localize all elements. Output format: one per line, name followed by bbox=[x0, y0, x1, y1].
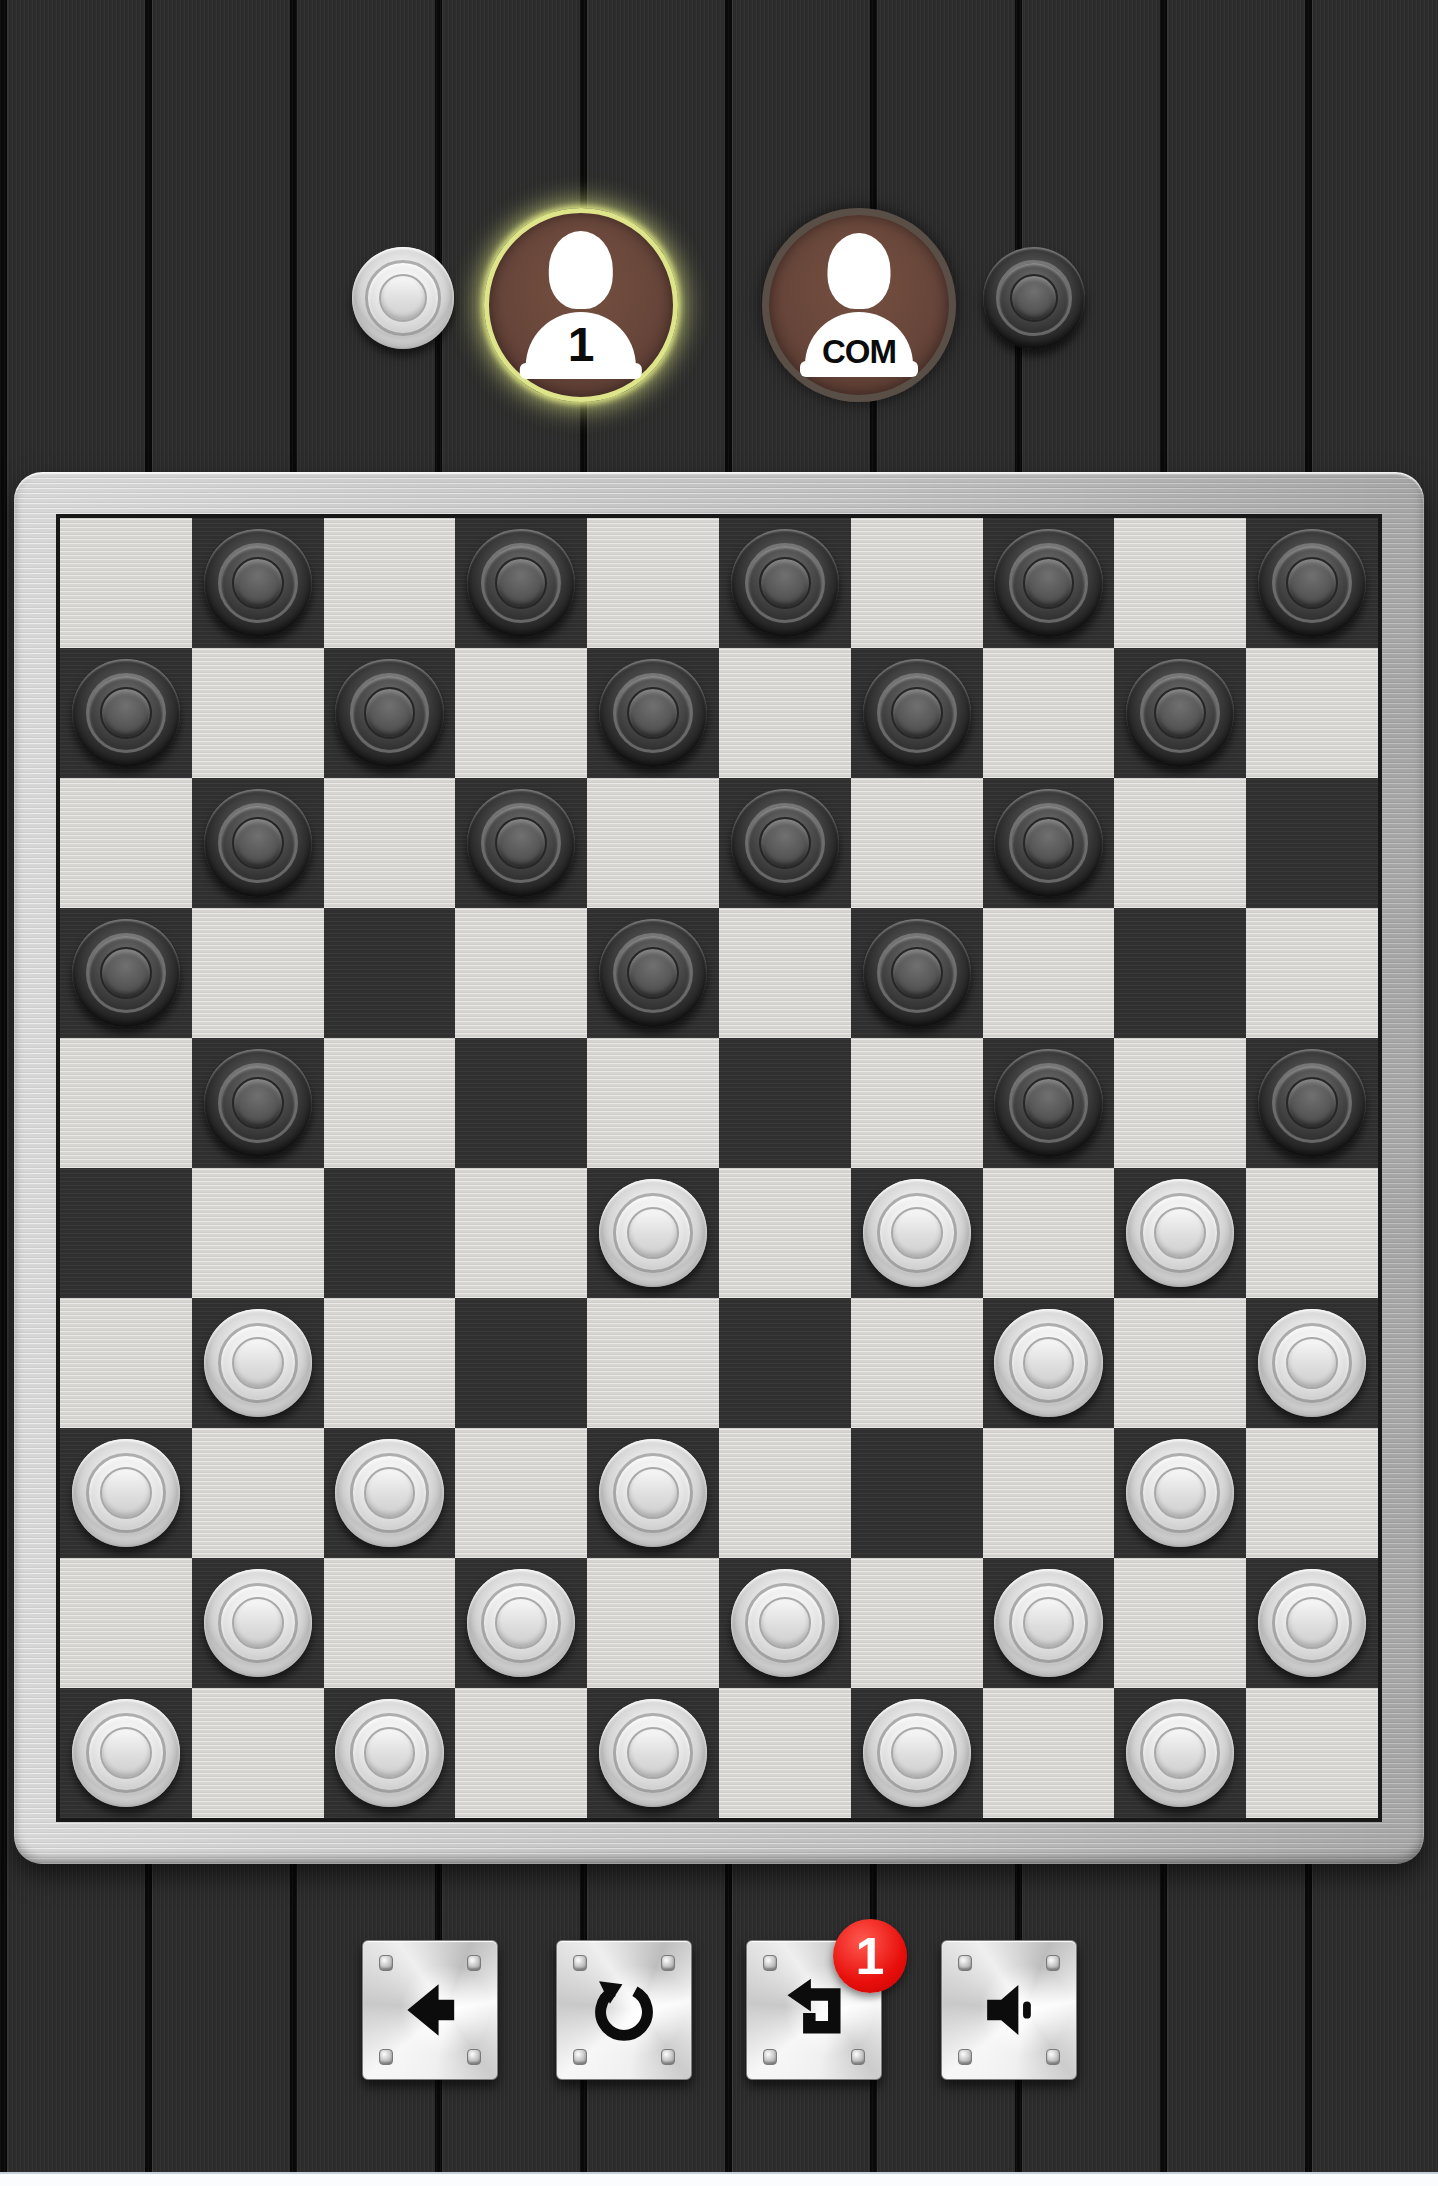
square-r8c6 bbox=[719, 1428, 851, 1558]
square-r5c7 bbox=[851, 1038, 983, 1168]
white-checker-piece[interactable] bbox=[1126, 1699, 1234, 1807]
black-checker-piece[interactable] bbox=[72, 919, 180, 1027]
square-r5c3 bbox=[324, 1038, 456, 1168]
white-checker-piece[interactable] bbox=[335, 1439, 443, 1547]
white-checker-piece[interactable] bbox=[204, 1569, 312, 1677]
square-r9c10[interactable] bbox=[1246, 1558, 1378, 1688]
square-r7c9 bbox=[1114, 1298, 1246, 1428]
player-one-label: 1 bbox=[568, 321, 595, 369]
square-r3c3 bbox=[324, 778, 456, 908]
screw bbox=[851, 2049, 865, 2065]
black-checker-piece[interactable] bbox=[731, 789, 839, 897]
square-r10c7[interactable] bbox=[851, 1688, 983, 1818]
white-checker-piece[interactable] bbox=[1258, 1569, 1366, 1677]
square-r5c4[interactable] bbox=[455, 1038, 587, 1168]
white-checker-piece[interactable] bbox=[204, 1309, 312, 1417]
screw bbox=[958, 1955, 972, 1971]
square-r10c5[interactable] bbox=[587, 1688, 719, 1818]
square-r4c8 bbox=[983, 908, 1115, 1038]
square-r3c8[interactable] bbox=[983, 778, 1115, 908]
square-r6c4 bbox=[455, 1168, 587, 1298]
black-checker-piece[interactable] bbox=[1258, 1049, 1366, 1157]
screw bbox=[467, 1955, 481, 1971]
black-checker-piece[interactable] bbox=[599, 919, 707, 1027]
square-r1c7 bbox=[851, 518, 983, 648]
black-checker-piece[interactable] bbox=[204, 529, 312, 637]
square-r7c5 bbox=[587, 1298, 719, 1428]
undo-arrow-icon bbox=[775, 1971, 853, 2049]
white-checker-piece[interactable] bbox=[863, 1179, 971, 1287]
white-checker-piece[interactable] bbox=[994, 1569, 1102, 1677]
square-r5c10[interactable] bbox=[1246, 1038, 1378, 1168]
square-r7c4[interactable] bbox=[455, 1298, 587, 1428]
checkers-board bbox=[14, 472, 1424, 1864]
square-r6c3[interactable] bbox=[324, 1168, 456, 1298]
black-piece-indicator bbox=[983, 247, 1085, 349]
square-r1c1 bbox=[60, 518, 192, 648]
square-r10c2 bbox=[192, 1688, 324, 1818]
square-r10c6 bbox=[719, 1688, 851, 1818]
black-checker-piece[interactable] bbox=[994, 529, 1102, 637]
square-r2c5[interactable] bbox=[587, 648, 719, 778]
black-checker-piece[interactable] bbox=[863, 659, 971, 767]
white-checker-piece[interactable] bbox=[863, 1699, 971, 1807]
screw bbox=[958, 2049, 972, 2065]
black-checker-piece[interactable] bbox=[204, 1049, 312, 1157]
screw bbox=[379, 2049, 393, 2065]
square-r5c8[interactable] bbox=[983, 1038, 1115, 1168]
square-r5c1 bbox=[60, 1038, 192, 1168]
white-checker-piece[interactable] bbox=[72, 1699, 180, 1807]
black-checker-piece[interactable] bbox=[467, 529, 575, 637]
square-r7c1 bbox=[60, 1298, 192, 1428]
square-r2c7[interactable] bbox=[851, 648, 983, 778]
screw bbox=[661, 2049, 675, 2065]
square-r2c6 bbox=[719, 648, 851, 778]
square-r1c2[interactable] bbox=[192, 518, 324, 648]
player-one-avatar: 1 bbox=[484, 208, 678, 402]
square-r8c8 bbox=[983, 1428, 1115, 1558]
square-r1c3 bbox=[324, 518, 456, 648]
white-checker-piece[interactable] bbox=[467, 1569, 575, 1677]
square-r8c2 bbox=[192, 1428, 324, 1558]
square-r2c1[interactable] bbox=[60, 648, 192, 778]
screw bbox=[467, 2049, 481, 2065]
square-r10c9[interactable] bbox=[1114, 1688, 1246, 1818]
square-r8c5[interactable] bbox=[587, 1428, 719, 1558]
back-button[interactable] bbox=[362, 1940, 498, 2080]
square-r8c9[interactable] bbox=[1114, 1428, 1246, 1558]
square-r7c2[interactable] bbox=[192, 1298, 324, 1428]
square-r2c10 bbox=[1246, 648, 1378, 778]
square-r6c1[interactable] bbox=[60, 1168, 192, 1298]
square-r3c7 bbox=[851, 778, 983, 908]
square-r7c7 bbox=[851, 1298, 983, 1428]
square-r9c8[interactable] bbox=[983, 1558, 1115, 1688]
black-checker-piece[interactable] bbox=[204, 789, 312, 897]
screw bbox=[1046, 2049, 1060, 2065]
square-r7c6[interactable] bbox=[719, 1298, 851, 1428]
white-checker-piece[interactable] bbox=[599, 1439, 707, 1547]
square-r4c7[interactable] bbox=[851, 908, 983, 1038]
square-r3c10[interactable] bbox=[1246, 778, 1378, 908]
square-r2c9[interactable] bbox=[1114, 648, 1246, 778]
square-r9c9 bbox=[1114, 1558, 1246, 1688]
square-r3c9 bbox=[1114, 778, 1246, 908]
square-r1c10[interactable] bbox=[1246, 518, 1378, 648]
black-checker-piece[interactable] bbox=[1258, 529, 1366, 637]
square-r9c5 bbox=[587, 1558, 719, 1688]
square-r9c4[interactable] bbox=[455, 1558, 587, 1688]
black-checker-piece[interactable] bbox=[467, 789, 575, 897]
square-r4c6 bbox=[719, 908, 851, 1038]
square-r1c6[interactable] bbox=[719, 518, 851, 648]
square-r5c6[interactable] bbox=[719, 1038, 851, 1168]
square-r6c2 bbox=[192, 1168, 324, 1298]
square-r2c2 bbox=[192, 648, 324, 778]
square-r5c5 bbox=[587, 1038, 719, 1168]
square-r8c10 bbox=[1246, 1428, 1378, 1558]
screw bbox=[1046, 1955, 1060, 1971]
square-r10c4 bbox=[455, 1688, 587, 1818]
square-r9c7 bbox=[851, 1558, 983, 1688]
screw bbox=[573, 1955, 587, 1971]
square-r2c3[interactable] bbox=[324, 648, 456, 778]
square-r4c2 bbox=[192, 908, 324, 1038]
square-r2c4 bbox=[455, 648, 587, 778]
back-arrow-icon bbox=[391, 1971, 469, 2049]
square-r9c6[interactable] bbox=[719, 1558, 851, 1688]
black-checker-piece[interactable] bbox=[994, 1049, 1102, 1157]
bottom-banner bbox=[0, 2172, 1438, 2186]
undo-count-badge: 1 bbox=[833, 1919, 907, 1993]
square-r9c1 bbox=[60, 1558, 192, 1688]
computer-label: COM bbox=[822, 335, 896, 368]
black-checker-piece[interactable] bbox=[863, 919, 971, 1027]
black-checker-piece[interactable] bbox=[994, 789, 1102, 897]
white-checker-piece[interactable] bbox=[1126, 1439, 1234, 1547]
square-r9c3 bbox=[324, 1558, 456, 1688]
white-checker-piece[interactable] bbox=[1258, 1309, 1366, 1417]
white-checker-piece[interactable] bbox=[72, 1439, 180, 1547]
square-r6c6 bbox=[719, 1168, 851, 1298]
square-r10c8 bbox=[983, 1688, 1115, 1818]
speaker-icon bbox=[970, 1971, 1048, 2049]
square-r2c8 bbox=[983, 648, 1115, 778]
person-icon bbox=[549, 231, 613, 308]
square-r7c3 bbox=[324, 1298, 456, 1428]
square-r4c4 bbox=[455, 908, 587, 1038]
square-r1c4[interactable] bbox=[455, 518, 587, 648]
square-r7c8[interactable] bbox=[983, 1298, 1115, 1428]
square-r3c4[interactable] bbox=[455, 778, 587, 908]
square-r6c8 bbox=[983, 1168, 1115, 1298]
white-checker-piece[interactable] bbox=[731, 1569, 839, 1677]
square-r3c2[interactable] bbox=[192, 778, 324, 908]
black-checker-piece[interactable] bbox=[731, 529, 839, 637]
black-checker-piece[interactable] bbox=[335, 659, 443, 767]
square-r9c2[interactable] bbox=[192, 1558, 324, 1688]
computer-avatar: COM bbox=[762, 208, 956, 402]
square-r4c1[interactable] bbox=[60, 908, 192, 1038]
game-screen: 1 COM bbox=[0, 0, 1438, 2186]
screw bbox=[763, 1955, 777, 1971]
sound-button[interactable] bbox=[941, 1940, 1077, 2080]
screw bbox=[573, 2049, 587, 2065]
white-checker-piece[interactable] bbox=[599, 1179, 707, 1287]
screw bbox=[661, 1955, 675, 1971]
square-r8c3[interactable] bbox=[324, 1428, 456, 1558]
square-r10c10 bbox=[1246, 1688, 1378, 1818]
white-checker-piece[interactable] bbox=[994, 1309, 1102, 1417]
white-checker-piece[interactable] bbox=[335, 1699, 443, 1807]
square-r5c9 bbox=[1114, 1038, 1246, 1168]
square-r1c9 bbox=[1114, 518, 1246, 648]
white-checker-piece[interactable] bbox=[599, 1699, 707, 1807]
square-r4c10 bbox=[1246, 908, 1378, 1038]
restart-button[interactable] bbox=[556, 1940, 692, 2080]
square-r8c4 bbox=[455, 1428, 587, 1558]
screw bbox=[763, 2049, 777, 2065]
white-piece-indicator bbox=[352, 247, 454, 349]
square-r4c5[interactable] bbox=[587, 908, 719, 1038]
square-r3c5 bbox=[587, 778, 719, 908]
white-checker-piece[interactable] bbox=[1126, 1179, 1234, 1287]
square-r1c5 bbox=[587, 518, 719, 648]
restart-icon bbox=[585, 1971, 663, 2049]
square-r3c6[interactable] bbox=[719, 778, 851, 908]
square-r4c9[interactable] bbox=[1114, 908, 1246, 1038]
square-r8c7[interactable] bbox=[851, 1428, 983, 1558]
square-r10c3[interactable] bbox=[324, 1688, 456, 1818]
square-r3c1 bbox=[60, 778, 192, 908]
square-r10c1[interactable] bbox=[60, 1688, 192, 1818]
square-r1c8[interactable] bbox=[983, 518, 1115, 648]
black-checker-piece[interactable] bbox=[72, 659, 180, 767]
square-r6c5[interactable] bbox=[587, 1168, 719, 1298]
square-r6c9[interactable] bbox=[1114, 1168, 1246, 1298]
black-checker-piece[interactable] bbox=[599, 659, 707, 767]
black-checker-piece[interactable] bbox=[1126, 659, 1234, 767]
square-r5c2[interactable] bbox=[192, 1038, 324, 1168]
board-grid bbox=[56, 514, 1382, 1822]
square-r8c1[interactable] bbox=[60, 1428, 192, 1558]
square-r4c3[interactable] bbox=[324, 908, 456, 1038]
square-r7c10[interactable] bbox=[1246, 1298, 1378, 1428]
person-icon bbox=[828, 233, 891, 309]
square-r6c7[interactable] bbox=[851, 1168, 983, 1298]
square-r6c10 bbox=[1246, 1168, 1378, 1298]
screw bbox=[379, 1955, 393, 1971]
